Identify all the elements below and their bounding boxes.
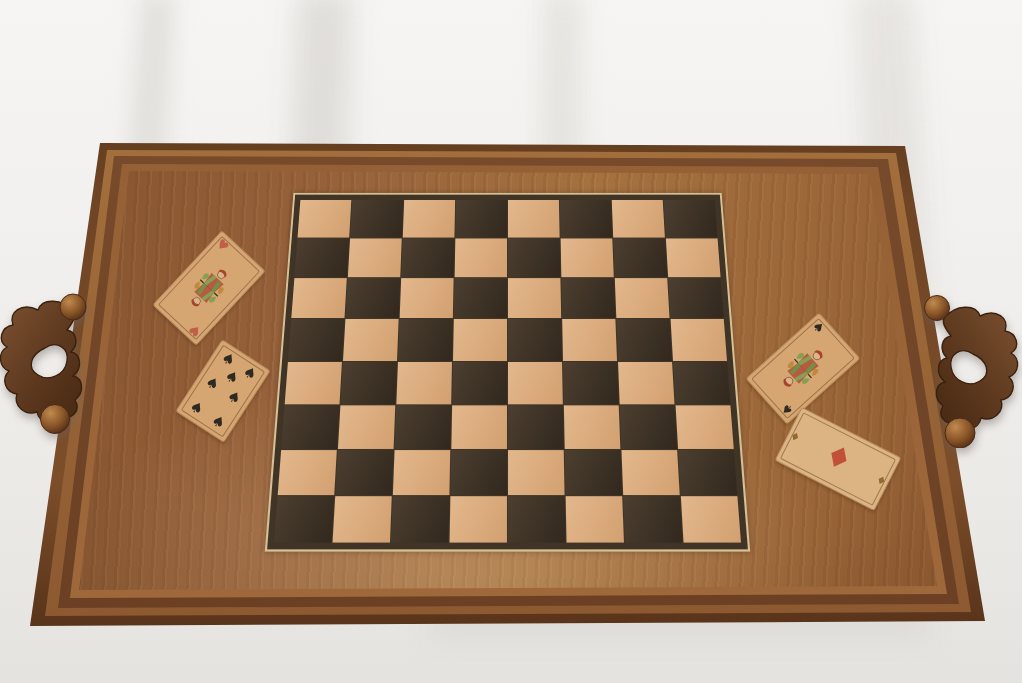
board-square[interactable] xyxy=(403,200,455,238)
right-handle xyxy=(916,292,1022,448)
handle-knob xyxy=(925,296,950,321)
handle-knob xyxy=(60,294,86,320)
board-square[interactable] xyxy=(612,200,665,238)
board-square[interactable] xyxy=(668,278,724,318)
board-square[interactable] xyxy=(297,200,351,238)
left-handle xyxy=(0,290,108,438)
board-square[interactable] xyxy=(400,278,454,318)
board-square[interactable] xyxy=(274,496,334,543)
handle-knob xyxy=(945,418,975,448)
board-square[interactable] xyxy=(393,450,450,495)
board-square[interactable] xyxy=(395,405,452,449)
board-square[interactable] xyxy=(450,450,507,495)
checkerboard xyxy=(265,193,750,552)
diamond-pip-icon: ♦ xyxy=(788,430,802,444)
board-square[interactable] xyxy=(348,239,402,278)
board-square[interactable] xyxy=(451,405,507,449)
board-square[interactable] xyxy=(450,496,507,543)
handle-knob xyxy=(41,405,70,434)
board-square[interactable] xyxy=(616,319,672,360)
board-square[interactable] xyxy=(613,239,667,278)
board-square[interactable] xyxy=(288,319,344,360)
board-square[interactable] xyxy=(623,496,682,543)
board-square[interactable] xyxy=(664,200,718,238)
board-square[interactable] xyxy=(398,319,453,360)
board-square[interactable] xyxy=(396,361,452,403)
board-square[interactable] xyxy=(676,405,734,449)
board-square[interactable] xyxy=(508,405,564,449)
checkerboard-frame xyxy=(265,193,750,552)
board-square[interactable] xyxy=(678,450,737,495)
scene: ♥ ♥ ♠ ♠ ♠ ♠ ♠ ♠ ♠ ♠ ♠ ♦ ♦ ♦ xyxy=(0,0,1022,683)
board-square[interactable] xyxy=(615,278,670,318)
spade-pip-icon: ♠ xyxy=(222,368,241,388)
board-square[interactable] xyxy=(620,405,677,449)
board-square[interactable] xyxy=(294,239,349,278)
board-square[interactable] xyxy=(562,319,617,360)
board-square[interactable] xyxy=(278,450,337,495)
board-square[interactable] xyxy=(561,239,614,278)
board-square[interactable] xyxy=(401,239,454,278)
diamond-pip-icon: ♦ xyxy=(874,474,888,488)
board-square[interactable] xyxy=(281,405,339,449)
spade-pip-icon: ♠ xyxy=(187,398,206,418)
board-square[interactable] xyxy=(452,361,507,403)
board-square[interactable] xyxy=(681,496,741,543)
board-square[interactable] xyxy=(338,405,395,449)
board-square[interactable] xyxy=(508,361,563,403)
board-square[interactable] xyxy=(345,278,400,318)
board-square[interactable] xyxy=(563,361,619,403)
board-square[interactable] xyxy=(508,450,565,495)
board-square[interactable] xyxy=(343,319,399,360)
board-square[interactable] xyxy=(561,278,615,318)
board-square[interactable] xyxy=(508,200,560,238)
board-square[interactable] xyxy=(285,361,342,403)
board-square[interactable] xyxy=(333,496,392,543)
board-square[interactable] xyxy=(455,200,507,238)
spade-pip-icon: ♠ xyxy=(240,364,259,384)
board-square[interactable] xyxy=(560,200,612,238)
board-square[interactable] xyxy=(455,239,507,278)
board-square[interactable] xyxy=(508,496,565,543)
board-square[interactable] xyxy=(508,278,561,318)
spade-pip-icon: ♠ xyxy=(224,388,243,408)
board-square[interactable] xyxy=(453,319,507,360)
board-square[interactable] xyxy=(564,405,621,449)
spade-pip-icon: ♠ xyxy=(202,374,221,394)
board-square[interactable] xyxy=(508,319,562,360)
checkerboard-grid xyxy=(274,200,741,543)
board-square[interactable] xyxy=(391,496,449,543)
spade-pip-icon: ♠ xyxy=(218,350,237,370)
board-square[interactable] xyxy=(671,319,727,360)
board-square[interactable] xyxy=(621,450,679,495)
board-square[interactable] xyxy=(454,278,507,318)
board-square[interactable] xyxy=(350,200,403,238)
board-square[interactable] xyxy=(565,450,622,495)
board-square[interactable] xyxy=(618,361,674,403)
board-square[interactable] xyxy=(291,278,347,318)
board-square[interactable] xyxy=(666,239,721,278)
spade-pip-icon: ♠ xyxy=(209,412,228,432)
board-square[interactable] xyxy=(673,361,730,403)
board-square[interactable] xyxy=(566,496,624,543)
diamond-pip-icon: ♦ xyxy=(820,438,858,477)
board-square[interactable] xyxy=(341,361,397,403)
board-square[interactable] xyxy=(508,239,560,278)
board-square[interactable] xyxy=(335,450,393,495)
